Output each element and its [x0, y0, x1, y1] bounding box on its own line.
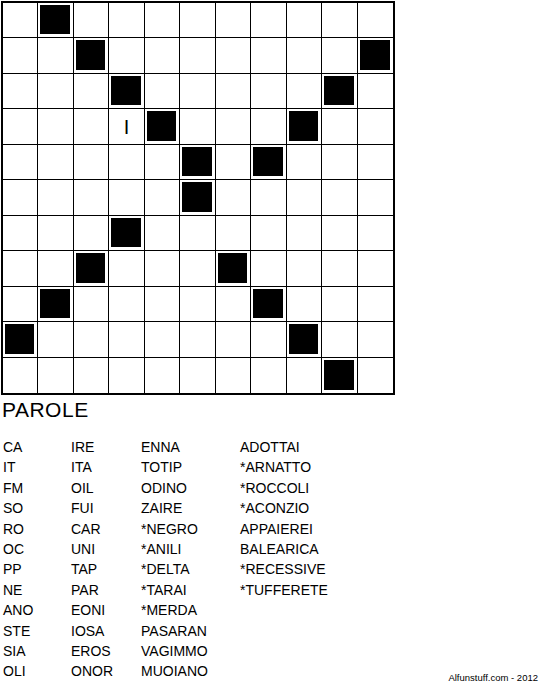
- grid-cell[interactable]: [322, 38, 357, 73]
- grid-cell[interactable]: [38, 322, 73, 357]
- word-entry: VAGIMMO: [141, 641, 208, 661]
- word-entry: OIL: [71, 478, 113, 498]
- grid-cell[interactable]: [3, 3, 38, 38]
- grid-cell[interactable]: [38, 109, 73, 144]
- grid-cell[interactable]: [109, 251, 144, 286]
- grid-cell[interactable]: I: [109, 109, 144, 144]
- word-entry: IT: [3, 457, 33, 477]
- grid-cell[interactable]: [74, 180, 109, 215]
- grid-cell[interactable]: [109, 38, 144, 73]
- grid-cell[interactable]: [109, 287, 144, 322]
- grid-cell-black: [251, 287, 286, 322]
- word-entry: IRE: [71, 437, 113, 457]
- grid-cell-black: [74, 38, 109, 73]
- grid-cell[interactable]: [251, 216, 286, 251]
- word-list-column: CAITFMSOROOCPPNEANOSTESIAOLI: [3, 437, 33, 682]
- grid-cell[interactable]: [180, 74, 215, 109]
- grid-cell[interactable]: [38, 180, 73, 215]
- word-entry: TAP: [71, 559, 113, 579]
- word-entry: BALEARICA: [240, 539, 328, 559]
- word-entry: ITA: [71, 457, 113, 477]
- grid-cell[interactable]: [251, 74, 286, 109]
- grid-cell[interactable]: [216, 358, 251, 393]
- grid-cell[interactable]: [74, 109, 109, 144]
- word-entry: IOSA: [71, 621, 113, 641]
- grid-cell[interactable]: [180, 287, 215, 322]
- word-entry: OLI: [3, 661, 33, 681]
- grid-cell[interactable]: [145, 287, 180, 322]
- word-entry: *ROCCOLI: [240, 478, 328, 498]
- grid-cell[interactable]: [358, 251, 393, 286]
- grid-cell[interactable]: [3, 216, 38, 251]
- grid-cell[interactable]: [3, 38, 38, 73]
- grid-cell[interactable]: [358, 74, 393, 109]
- grid-cell[interactable]: [322, 287, 357, 322]
- grid-cell[interactable]: [145, 322, 180, 357]
- grid-cell[interactable]: [145, 251, 180, 286]
- grid-cell[interactable]: [287, 145, 322, 180]
- grid-cell[interactable]: [322, 322, 357, 357]
- word-entry: *DELTA: [141, 559, 208, 579]
- credit-text: Alfunstuff.com - 2012: [448, 672, 538, 683]
- grid-cell-black: [322, 74, 357, 109]
- grid-cell[interactable]: [358, 322, 393, 357]
- grid-cell[interactable]: [145, 358, 180, 393]
- word-entry: MUOIANO: [141, 661, 208, 681]
- word-entry: *TARAI: [141, 580, 208, 600]
- grid-cell[interactable]: [38, 145, 73, 180]
- puzzle-page: I PAROLE CAITFMSOROOCPPNEANOSTESIAOLIIRE…: [0, 0, 550, 700]
- word-entry: PAR: [71, 580, 113, 600]
- grid-cell[interactable]: [251, 251, 286, 286]
- word-entry: *NEGRO: [141, 519, 208, 539]
- grid-cell[interactable]: [38, 38, 73, 73]
- grid-cell[interactable]: [3, 109, 38, 144]
- grid-cell[interactable]: [109, 3, 144, 38]
- word-entry: OC: [3, 539, 33, 559]
- word-list-column: ADOTTAI*ARNATTO*ROCCOLI*ACONZIOAPPAIEREI…: [240, 437, 328, 600]
- grid-cell[interactable]: [287, 287, 322, 322]
- grid-cell[interactable]: [145, 145, 180, 180]
- grid-cell[interactable]: [145, 216, 180, 251]
- grid-cell[interactable]: [74, 145, 109, 180]
- grid-cell-black: [180, 180, 215, 215]
- word-entry: ADOTTAI: [240, 437, 328, 457]
- grid-cell[interactable]: [287, 3, 322, 38]
- grid-cell[interactable]: [251, 322, 286, 357]
- grid-cell[interactable]: [145, 38, 180, 73]
- grid-cell-black: [3, 322, 38, 357]
- grid-cell[interactable]: [3, 251, 38, 286]
- grid-cell[interactable]: [38, 251, 73, 286]
- grid-cell[interactable]: [251, 3, 286, 38]
- word-entry: CAR: [71, 519, 113, 539]
- word-entry: FM: [3, 478, 33, 498]
- word-entry: CA: [3, 437, 33, 457]
- grid-cell[interactable]: [251, 109, 286, 144]
- grid-cell[interactable]: [322, 180, 357, 215]
- word-entry: ONOR: [71, 661, 113, 681]
- word-entry: *MERDA: [141, 600, 208, 620]
- word-entry: *ARNATTO: [240, 457, 328, 477]
- grid-cell[interactable]: [3, 145, 38, 180]
- grid-cell[interactable]: [74, 74, 109, 109]
- word-list-column: IREITAOILFUICARUNITAPPAREONIIOSAEROSONOR: [71, 437, 113, 682]
- grid-cell-black: [109, 74, 144, 109]
- grid-cell-black: [180, 145, 215, 180]
- grid-cell-black: [287, 109, 322, 144]
- word-entry: SO: [3, 498, 33, 518]
- grid-cell[interactable]: [358, 358, 393, 393]
- grid-cell[interactable]: [74, 216, 109, 251]
- grid-cell[interactable]: [358, 3, 393, 38]
- grid-cell[interactable]: [109, 145, 144, 180]
- grid-cell-black: [322, 358, 357, 393]
- grid-cell-black: [109, 216, 144, 251]
- grid-cell[interactable]: [74, 3, 109, 38]
- page-title: PAROLE: [2, 398, 89, 422]
- grid-cell[interactable]: [216, 322, 251, 357]
- grid-cell-black: [358, 38, 393, 73]
- grid-cell[interactable]: [180, 322, 215, 357]
- grid-cell[interactable]: [38, 358, 73, 393]
- grid-cell[interactable]: [287, 180, 322, 215]
- grid-cell[interactable]: [216, 74, 251, 109]
- grid-cell[interactable]: [180, 38, 215, 73]
- grid-cell-black: [216, 251, 251, 286]
- word-entry: SIA: [3, 641, 33, 661]
- word-entry: STE: [3, 621, 33, 641]
- word-list-column: ENNATOTIPODINOZAIRE*NEGRO*ANILI*DELTA*TA…: [141, 437, 208, 682]
- grid-cell[interactable]: [216, 216, 251, 251]
- grid-cell[interactable]: [358, 145, 393, 180]
- grid-cell[interactable]: [109, 180, 144, 215]
- grid-cell[interactable]: [145, 180, 180, 215]
- grid-cell-black: [38, 3, 73, 38]
- word-entry: ZAIRE: [141, 498, 208, 518]
- word-entry: NE: [3, 580, 33, 600]
- grid-cell[interactable]: [287, 358, 322, 393]
- grid-cell[interactable]: [216, 180, 251, 215]
- grid-cell[interactable]: [358, 180, 393, 215]
- grid-cell[interactable]: [216, 145, 251, 180]
- grid-cell[interactable]: [109, 358, 144, 393]
- grid-cell[interactable]: [180, 216, 215, 251]
- grid-cell[interactable]: [3, 74, 38, 109]
- word-entry: *TUFFERETE: [240, 580, 328, 600]
- grid-cell[interactable]: [180, 251, 215, 286]
- grid-cell[interactable]: [145, 74, 180, 109]
- grid-cell[interactable]: [74, 322, 109, 357]
- puzzle-grid: I: [1, 1, 395, 395]
- grid-cell[interactable]: [74, 358, 109, 393]
- grid-cell[interactable]: [322, 3, 357, 38]
- grid-cell[interactable]: [322, 145, 357, 180]
- grid-cell-black: [38, 287, 73, 322]
- word-entry: FUI: [71, 498, 113, 518]
- grid-cell[interactable]: [358, 109, 393, 144]
- grid-cell[interactable]: [3, 287, 38, 322]
- grid-cell-black: [74, 251, 109, 286]
- grid-cell[interactable]: [38, 216, 73, 251]
- grid-cell[interactable]: [3, 180, 38, 215]
- grid-cell[interactable]: [180, 3, 215, 38]
- grid-cell[interactable]: [145, 3, 180, 38]
- grid-cell[interactable]: [251, 180, 286, 215]
- grid-cell-black: [251, 145, 286, 180]
- grid-cell[interactable]: [322, 109, 357, 144]
- grid-cell[interactable]: [180, 109, 215, 144]
- word-entry: ENNA: [141, 437, 208, 457]
- grid-cell[interactable]: [74, 287, 109, 322]
- word-entry: ODINO: [141, 478, 208, 498]
- word-entry: EROS: [71, 641, 113, 661]
- word-entry: PASARAN: [141, 621, 208, 641]
- grid-cell[interactable]: [180, 358, 215, 393]
- word-entry: EONI: [71, 600, 113, 620]
- grid-cell[interactable]: [358, 216, 393, 251]
- word-entry: *RECESSIVE: [240, 559, 328, 579]
- word-entry: *ANILI: [141, 539, 208, 559]
- word-entry: ANO: [3, 600, 33, 620]
- grid-cell-black: [145, 109, 180, 144]
- grid-cell[interactable]: [287, 251, 322, 286]
- grid-cell[interactable]: [358, 287, 393, 322]
- word-entry: TOTIP: [141, 457, 208, 477]
- grid-cell[interactable]: [216, 287, 251, 322]
- grid-cell[interactable]: [3, 358, 38, 393]
- grid-cell[interactable]: [216, 38, 251, 73]
- word-entry: PP: [3, 559, 33, 579]
- grid-cell-black: [287, 322, 322, 357]
- grid-cell[interactable]: [216, 3, 251, 38]
- word-entry: RO: [3, 519, 33, 539]
- grid-cell[interactable]: [251, 358, 286, 393]
- grid-cell[interactable]: [38, 74, 73, 109]
- grid-cell[interactable]: [287, 38, 322, 73]
- grid-cell[interactable]: [322, 251, 357, 286]
- grid-cell[interactable]: [216, 109, 251, 144]
- grid-cell[interactable]: [287, 74, 322, 109]
- word-entry: *ACONZIO: [240, 498, 328, 518]
- grid-cell[interactable]: [287, 216, 322, 251]
- word-entry: UNI: [71, 539, 113, 559]
- grid-cell[interactable]: [251, 38, 286, 73]
- word-entry: APPAIEREI: [240, 519, 328, 539]
- grid-cell[interactable]: [322, 216, 357, 251]
- grid-cell[interactable]: [109, 322, 144, 357]
